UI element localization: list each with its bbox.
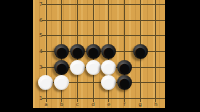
white-stone-a2: ● bbox=[38, 75, 53, 90]
board-point-g2[interactable] bbox=[132, 75, 148, 91]
board-point-d2[interactable] bbox=[85, 75, 101, 91]
board-point-c4[interactable]: ● bbox=[70, 44, 86, 60]
board-point-h4[interactable] bbox=[148, 44, 164, 60]
board-point-a5[interactable] bbox=[38, 28, 54, 44]
board-point-f7[interactable] bbox=[117, 0, 133, 12]
board-point-f3[interactable]: ● bbox=[117, 59, 133, 75]
board-point-c1[interactable] bbox=[70, 91, 86, 107]
board-point-h5[interactable] bbox=[148, 28, 164, 44]
board-point-e3[interactable]: ● bbox=[101, 59, 117, 75]
board-point-c6[interactable] bbox=[70, 12, 86, 28]
board-intersections: ●●●●●●●●●●●●●● bbox=[38, 0, 164, 106]
board-point-d1[interactable] bbox=[85, 91, 101, 107]
board-point-a1[interactable] bbox=[38, 91, 54, 107]
go-board: abcdefgh7654321 ●●●●●●●●●●●●●● bbox=[33, 0, 165, 108]
board-point-f2[interactable]: ● bbox=[117, 75, 133, 91]
board-point-e5[interactable] bbox=[101, 28, 117, 44]
board-point-h3[interactable] bbox=[148, 59, 164, 75]
black-stone-e4: ● bbox=[101, 44, 116, 59]
black-stone-g4: ● bbox=[133, 44, 148, 59]
board-point-b2[interactable]: ● bbox=[54, 75, 70, 91]
board-point-g1[interactable] bbox=[132, 91, 148, 107]
white-stone-e3: ● bbox=[101, 60, 116, 75]
board-point-b4[interactable]: ● bbox=[54, 44, 70, 60]
black-stone-b3: ● bbox=[54, 60, 69, 75]
black-stone-c4: ● bbox=[70, 44, 85, 59]
board-point-g3[interactable] bbox=[132, 59, 148, 75]
board-point-g7[interactable] bbox=[132, 0, 148, 12]
board-point-h2[interactable] bbox=[148, 75, 164, 91]
board-point-f5[interactable] bbox=[117, 28, 133, 44]
board-point-b7[interactable] bbox=[54, 0, 70, 12]
board-point-e2[interactable]: ● bbox=[101, 75, 117, 91]
board-point-d5[interactable] bbox=[85, 28, 101, 44]
white-stone-d3: ● bbox=[86, 60, 101, 75]
board-point-a7[interactable] bbox=[38, 0, 54, 12]
board-point-c5[interactable] bbox=[70, 28, 86, 44]
board-point-a4[interactable] bbox=[38, 44, 54, 60]
board-point-d7[interactable] bbox=[85, 0, 101, 12]
board-point-g6[interactable] bbox=[132, 12, 148, 28]
board-point-d6[interactable] bbox=[85, 12, 101, 28]
board-point-b3[interactable]: ● bbox=[54, 59, 70, 75]
board-point-e7[interactable] bbox=[101, 0, 117, 12]
board-point-a6[interactable] bbox=[38, 12, 54, 28]
board-point-a3[interactable] bbox=[38, 59, 54, 75]
board-point-h6[interactable] bbox=[148, 12, 164, 28]
go-thumbnail: abcdefgh7654321 ●●●●●●●●●●●●●● bbox=[0, 0, 200, 112]
board-point-f1[interactable] bbox=[117, 91, 133, 107]
board-point-c2[interactable] bbox=[70, 75, 86, 91]
black-stone-d4: ● bbox=[86, 44, 101, 59]
white-stone-e2: ● bbox=[101, 75, 116, 90]
board-point-a2[interactable]: ● bbox=[38, 75, 54, 91]
board-point-h7[interactable] bbox=[148, 0, 164, 12]
board-point-b5[interactable] bbox=[54, 28, 70, 44]
board-point-e4[interactable]: ● bbox=[101, 44, 117, 60]
board-point-d4[interactable]: ● bbox=[85, 44, 101, 60]
black-stone-f3: ● bbox=[117, 60, 132, 75]
white-stone-b2: ● bbox=[54, 75, 69, 90]
black-stone-f2: ● bbox=[117, 75, 132, 90]
board-point-e6[interactable] bbox=[101, 12, 117, 28]
board-point-c3[interactable]: ● bbox=[70, 59, 86, 75]
board-point-b6[interactable] bbox=[54, 12, 70, 28]
board-point-f6[interactable] bbox=[117, 12, 133, 28]
board-point-g4[interactable]: ● bbox=[132, 44, 148, 60]
board-point-b1[interactable] bbox=[54, 91, 70, 107]
black-stone-b4: ● bbox=[54, 44, 69, 59]
board-point-f4[interactable] bbox=[117, 44, 133, 60]
board-point-h1[interactable] bbox=[148, 91, 164, 107]
white-stone-c3: ● bbox=[70, 60, 85, 75]
board-point-g5[interactable] bbox=[132, 28, 148, 44]
board-point-c7[interactable] bbox=[70, 0, 86, 12]
board-point-d3[interactable]: ● bbox=[85, 59, 101, 75]
board-point-e1[interactable] bbox=[101, 91, 117, 107]
